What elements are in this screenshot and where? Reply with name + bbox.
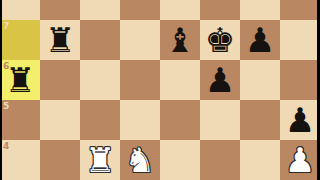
square-b6[interactable] <box>40 60 80 100</box>
chess-board: 7♜♝♚♟6♜♟5♟4♜♞♟ <box>0 0 320 180</box>
rank-label-7: 7 <box>3 21 9 31</box>
square-c4[interactable]: ♜ <box>80 140 120 180</box>
square-d7[interactable] <box>120 20 160 60</box>
square-e7[interactable]: ♝ <box>160 20 200 60</box>
square-h5[interactable]: ♟ <box>280 100 320 140</box>
square-c8[interactable] <box>80 0 120 20</box>
white-rook[interactable]: ♜ <box>80 140 120 180</box>
square-c6[interactable] <box>80 60 120 100</box>
square-g4[interactable] <box>240 140 280 180</box>
square-a6[interactable]: 6♜ <box>0 60 40 100</box>
square-b8[interactable] <box>40 0 80 20</box>
square-d6[interactable] <box>120 60 160 100</box>
square-d8[interactable] <box>120 0 160 20</box>
letterbox-bar-left <box>0 0 2 180</box>
square-e6[interactable] <box>160 60 200 100</box>
square-f4[interactable] <box>200 140 240 180</box>
square-a4[interactable]: 4 <box>0 140 40 180</box>
rank-label-5: 5 <box>3 101 9 111</box>
square-b7[interactable]: ♜ <box>40 20 80 60</box>
square-a5[interactable]: 5 <box>0 100 40 140</box>
black-rook[interactable]: ♜ <box>40 20 80 60</box>
square-d5[interactable] <box>120 100 160 140</box>
black-pawn[interactable]: ♟ <box>240 20 280 60</box>
square-h6[interactable] <box>280 60 320 100</box>
chess-app-frame: 7♜♝♚♟6♜♟5♟4♜♞♟ <box>0 0 320 180</box>
black-king[interactable]: ♚ <box>200 20 240 60</box>
black-pawn[interactable]: ♟ <box>280 100 320 140</box>
square-c5[interactable] <box>80 100 120 140</box>
square-d4[interactable]: ♞ <box>120 140 160 180</box>
rank-label-4: 4 <box>3 141 9 151</box>
square-f8[interactable] <box>200 0 240 20</box>
square-e8[interactable] <box>160 0 200 20</box>
square-a8[interactable] <box>0 0 40 20</box>
square-g8[interactable] <box>240 0 280 20</box>
square-f6[interactable]: ♟ <box>200 60 240 100</box>
black-pawn[interactable]: ♟ <box>200 60 240 100</box>
white-knight[interactable]: ♞ <box>120 140 160 180</box>
square-h4[interactable]: ♟ <box>280 140 320 180</box>
square-h7[interactable] <box>280 20 320 60</box>
square-e5[interactable] <box>160 100 200 140</box>
square-g7[interactable]: ♟ <box>240 20 280 60</box>
black-rook[interactable]: ♜ <box>0 60 40 100</box>
square-c7[interactable] <box>80 20 120 60</box>
square-f5[interactable] <box>200 100 240 140</box>
square-g5[interactable] <box>240 100 280 140</box>
square-f7[interactable]: ♚ <box>200 20 240 60</box>
white-pawn[interactable]: ♟ <box>280 140 320 180</box>
square-g6[interactable] <box>240 60 280 100</box>
square-h8[interactable] <box>280 0 320 20</box>
square-a7[interactable]: 7 <box>0 20 40 60</box>
square-b5[interactable] <box>40 100 80 140</box>
square-e4[interactable] <box>160 140 200 180</box>
black-bishop[interactable]: ♝ <box>160 20 200 60</box>
square-b4[interactable] <box>40 140 80 180</box>
